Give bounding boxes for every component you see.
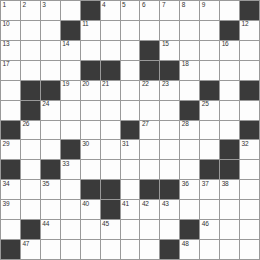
white-cell[interactable] — [220, 101, 239, 120]
white-cell[interactable]: 32 — [240, 140, 259, 159]
white-cell[interactable] — [21, 140, 40, 159]
white-cell[interactable] — [101, 240, 120, 259]
black-cell — [1, 121, 20, 140]
white-cell[interactable] — [200, 240, 219, 259]
white-cell[interactable] — [200, 200, 219, 219]
white-cell[interactable] — [220, 200, 239, 219]
white-cell[interactable]: 30 — [81, 140, 100, 159]
white-cell[interactable]: 7 — [160, 1, 179, 20]
white-cell[interactable] — [1, 220, 20, 239]
white-cell[interactable]: 45 — [101, 220, 120, 239]
white-cell[interactable] — [180, 81, 199, 100]
white-cell[interactable]: 26 — [21, 121, 40, 140]
clue-number: 5 — [122, 2, 125, 9]
white-cell[interactable]: 8 — [180, 1, 199, 20]
white-cell[interactable] — [121, 101, 140, 120]
white-cell[interactable]: 9 — [200, 1, 219, 20]
white-cell[interactable]: 38 — [220, 180, 239, 199]
white-cell[interactable]: 37 — [200, 180, 219, 199]
black-cell — [81, 180, 100, 199]
white-cell[interactable] — [200, 21, 219, 40]
white-cell[interactable] — [101, 140, 120, 159]
black-cell — [160, 61, 179, 80]
black-cell — [200, 160, 219, 179]
white-cell[interactable] — [140, 101, 159, 120]
clue-number: 16 — [222, 41, 229, 48]
white-cell[interactable]: 15 — [160, 41, 179, 60]
white-cell[interactable] — [61, 180, 80, 199]
white-cell[interactable] — [180, 41, 199, 60]
clue-number: 6 — [142, 2, 145, 9]
white-cell[interactable]: 29 — [1, 140, 20, 159]
white-cell[interactable]: 43 — [160, 200, 179, 219]
white-cell[interactable] — [200, 140, 219, 159]
white-cell[interactable] — [101, 41, 120, 60]
black-cell — [240, 81, 259, 100]
white-cell[interactable] — [21, 160, 40, 179]
black-cell — [220, 21, 239, 40]
white-cell[interactable] — [41, 140, 60, 159]
white-cell[interactable]: 21 — [101, 81, 120, 100]
clue-number: 3 — [42, 2, 45, 9]
black-cell — [61, 140, 80, 159]
white-cell[interactable]: 27 — [140, 121, 159, 140]
clue-number: 37 — [202, 181, 209, 188]
clue-number: 22 — [142, 81, 149, 88]
white-cell[interactable]: 36 — [180, 180, 199, 199]
white-cell[interactable]: 41 — [121, 200, 140, 219]
white-cell[interactable] — [61, 101, 80, 120]
white-cell[interactable]: 13 — [1, 41, 20, 60]
clue-number: 12 — [242, 21, 249, 28]
white-cell[interactable] — [220, 220, 239, 239]
white-cell[interactable] — [140, 140, 159, 159]
white-cell[interactable]: 17 — [1, 61, 20, 80]
white-cell[interactable] — [200, 61, 219, 80]
black-cell — [220, 160, 239, 179]
white-cell[interactable]: 4 — [101, 1, 120, 20]
clue-number: 27 — [142, 121, 149, 128]
white-cell[interactable]: 44 — [41, 220, 60, 239]
white-cell[interactable]: 22 — [140, 81, 159, 100]
clue-number: 24 — [42, 101, 49, 108]
white-cell[interactable] — [21, 61, 40, 80]
white-cell[interactable] — [140, 160, 159, 179]
white-cell[interactable] — [121, 81, 140, 100]
clue-number: 47 — [22, 241, 29, 248]
white-cell[interactable] — [21, 180, 40, 199]
clue-number: 26 — [22, 121, 29, 128]
white-cell[interactable]: 23 — [160, 81, 179, 100]
white-cell[interactable] — [140, 240, 159, 259]
clue-number: 31 — [122, 141, 129, 148]
white-cell[interactable] — [81, 101, 100, 120]
clue-number: 7 — [162, 2, 165, 9]
white-cell[interactable] — [1, 81, 20, 100]
white-cell[interactable] — [121, 220, 140, 239]
clue-number: 46 — [202, 221, 209, 228]
white-cell[interactable] — [180, 21, 199, 40]
black-cell — [160, 240, 179, 259]
clue-number: 14 — [62, 41, 69, 48]
white-cell[interactable] — [61, 200, 80, 219]
black-cell — [160, 180, 179, 199]
white-cell[interactable] — [61, 220, 80, 239]
white-cell[interactable] — [41, 200, 60, 219]
white-cell[interactable] — [160, 160, 179, 179]
white-cell[interactable] — [21, 21, 40, 40]
clue-number: 2 — [22, 2, 25, 9]
clue-number: 41 — [122, 201, 129, 208]
white-cell[interactable] — [101, 121, 120, 140]
white-cell[interactable] — [160, 121, 179, 140]
white-cell[interactable]: 2 — [21, 1, 40, 20]
clue-number: 39 — [3, 201, 10, 208]
white-cell[interactable] — [1, 101, 20, 120]
white-cell[interactable] — [180, 160, 199, 179]
black-cell — [220, 140, 239, 159]
white-cell[interactable]: 14 — [61, 41, 80, 60]
clue-number: 30 — [82, 141, 89, 148]
white-cell[interactable] — [41, 240, 60, 259]
white-cell[interactable] — [121, 61, 140, 80]
white-cell[interactable] — [81, 220, 100, 239]
white-cell[interactable]: 34 — [1, 180, 20, 199]
black-cell — [21, 220, 40, 239]
white-cell[interactable] — [240, 180, 259, 199]
white-cell[interactable] — [220, 121, 239, 140]
white-cell[interactable] — [160, 21, 179, 40]
black-cell — [140, 180, 159, 199]
clue-number: 40 — [82, 201, 89, 208]
clue-number: 23 — [162, 81, 169, 88]
white-cell[interactable] — [81, 240, 100, 259]
crossword-grid: 1234567891011121314151617181920212223242… — [0, 0, 260, 260]
black-cell — [41, 160, 60, 179]
white-cell[interactable]: 24 — [41, 101, 60, 120]
white-cell[interactable] — [160, 140, 179, 159]
clue-number: 42 — [142, 201, 149, 208]
clue-number: 13 — [3, 41, 10, 48]
white-cell[interactable] — [220, 1, 239, 20]
clue-number: 18 — [182, 61, 189, 68]
white-cell[interactable] — [61, 1, 80, 20]
white-cell[interactable]: 19 — [61, 81, 80, 100]
black-cell — [101, 61, 120, 80]
white-cell[interactable]: 31 — [121, 140, 140, 159]
white-cell[interactable] — [200, 121, 219, 140]
clue-number: 32 — [242, 141, 249, 148]
black-cell — [101, 200, 120, 219]
white-cell[interactable] — [101, 21, 120, 40]
white-cell[interactable]: 33 — [61, 160, 80, 179]
white-cell[interactable]: 16 — [220, 41, 239, 60]
clue-number: 35 — [42, 181, 49, 188]
white-cell[interactable] — [140, 21, 159, 40]
black-cell — [1, 160, 20, 179]
black-cell — [21, 101, 40, 120]
white-cell[interactable] — [200, 41, 219, 60]
black-cell — [140, 61, 159, 80]
clue-number: 9 — [202, 2, 205, 9]
white-cell[interactable]: 40 — [81, 200, 100, 219]
white-cell[interactable] — [81, 41, 100, 60]
white-cell[interactable] — [180, 200, 199, 219]
clue-number: 1 — [3, 2, 6, 9]
clue-number: 44 — [42, 221, 49, 228]
clue-number: 34 — [3, 181, 10, 188]
clue-number: 19 — [62, 81, 69, 88]
white-cell[interactable] — [220, 81, 239, 100]
white-cell[interactable] — [220, 240, 239, 259]
black-cell — [200, 81, 219, 100]
clue-number: 48 — [182, 241, 189, 248]
clue-number: 20 — [82, 81, 89, 88]
white-cell[interactable] — [121, 240, 140, 259]
white-cell[interactable] — [240, 220, 259, 239]
white-cell[interactable] — [21, 200, 40, 219]
black-cell — [240, 121, 259, 140]
clue-number: 4 — [102, 2, 105, 9]
black-cell — [1, 240, 20, 259]
white-cell[interactable] — [121, 180, 140, 199]
white-cell[interactable] — [101, 101, 120, 120]
white-cell[interactable]: 12 — [240, 21, 259, 40]
clue-number: 15 — [162, 41, 169, 48]
white-cell[interactable] — [101, 160, 120, 179]
black-cell — [180, 101, 199, 120]
clue-number: 43 — [162, 201, 169, 208]
black-cell — [21, 81, 40, 100]
white-cell[interactable]: 25 — [200, 101, 219, 120]
white-cell[interactable] — [240, 160, 259, 179]
white-cell[interactable]: 42 — [140, 200, 159, 219]
white-cell[interactable] — [240, 41, 259, 60]
black-cell — [41, 81, 60, 100]
white-cell[interactable]: 46 — [200, 220, 219, 239]
clue-number: 8 — [182, 2, 185, 9]
white-cell[interactable] — [160, 101, 179, 120]
white-cell[interactable] — [41, 21, 60, 40]
white-cell[interactable]: 18 — [180, 61, 199, 80]
clue-number: 33 — [62, 161, 69, 168]
black-cell — [180, 220, 199, 239]
black-cell — [121, 121, 140, 140]
white-cell[interactable] — [121, 21, 140, 40]
white-cell[interactable]: 48 — [180, 240, 199, 259]
white-cell[interactable] — [81, 160, 100, 179]
white-cell[interactable]: 1 — [1, 1, 20, 20]
white-cell[interactable] — [140, 220, 159, 239]
white-cell[interactable] — [61, 240, 80, 259]
clue-number: 45 — [102, 221, 109, 228]
white-cell[interactable] — [61, 121, 80, 140]
clue-number: 11 — [82, 21, 88, 28]
clue-number: 36 — [182, 181, 189, 188]
white-cell[interactable] — [240, 200, 259, 219]
clue-number: 29 — [3, 141, 10, 148]
black-cell — [81, 61, 100, 80]
clue-number: 10 — [3, 21, 10, 28]
white-cell[interactable] — [240, 240, 259, 259]
white-cell[interactable] — [41, 61, 60, 80]
white-cell[interactable]: 39 — [1, 200, 20, 219]
white-cell[interactable]: 20 — [81, 81, 100, 100]
white-cell[interactable] — [121, 160, 140, 179]
white-cell[interactable]: 11 — [81, 21, 100, 40]
white-cell[interactable] — [220, 61, 239, 80]
clue-number: 28 — [182, 121, 189, 128]
black-cell — [101, 180, 120, 199]
white-cell[interactable] — [41, 41, 60, 60]
black-cell — [140, 41, 159, 60]
white-cell[interactable]: 10 — [1, 21, 20, 40]
white-cell[interactable]: 6 — [140, 1, 159, 20]
black-cell — [240, 1, 259, 20]
white-cell[interactable] — [81, 121, 100, 140]
white-cell[interactable] — [21, 41, 40, 60]
black-cell — [61, 21, 80, 40]
white-cell[interactable] — [41, 121, 60, 140]
white-cell[interactable] — [121, 41, 140, 60]
clue-number: 21 — [102, 81, 109, 88]
white-cell[interactable]: 3 — [41, 1, 60, 20]
clue-number: 25 — [202, 101, 209, 108]
white-cell[interactable]: 28 — [180, 121, 199, 140]
clue-number: 17 — [3, 61, 10, 68]
white-cell[interactable] — [240, 61, 259, 80]
white-cell[interactable]: 35 — [41, 180, 60, 199]
clue-number: 38 — [222, 181, 229, 188]
white-cell[interactable] — [180, 140, 199, 159]
white-cell[interactable]: 5 — [121, 1, 140, 20]
white-cell[interactable]: 47 — [21, 240, 40, 259]
white-cell[interactable] — [160, 220, 179, 239]
white-cell[interactable] — [240, 101, 259, 120]
white-cell[interactable] — [61, 61, 80, 80]
black-cell — [81, 1, 100, 20]
